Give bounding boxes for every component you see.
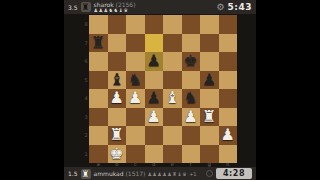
square-h7[interactable] [219, 34, 238, 53]
square-a3[interactable] [89, 108, 108, 127]
settings-gear-icon[interactable]: ⚙ [217, 0, 225, 14]
square-g4[interactable] [200, 89, 219, 108]
square-h2[interactable]: ♟ [219, 126, 238, 145]
square-b5[interactable]: ♝ [108, 71, 127, 90]
status-circle-icon[interactable] [206, 170, 213, 177]
square-g6[interactable] [200, 52, 219, 71]
square-f7[interactable] [182, 34, 201, 53]
black-pawn[interactable]: ♟ [147, 89, 161, 107]
bottom-player-color-icon: ♜ [81, 169, 91, 179]
square-h6[interactable] [219, 52, 238, 71]
black-rook-icon: ♜ [82, 2, 90, 12]
square-d6[interactable]: ♟ [145, 52, 164, 71]
black-rook[interactable]: ♜ [91, 34, 105, 52]
chess-board[interactable]: ♜♟♚♝♞♟♟♟♟♝♞♟♟♜♜♟♚ [89, 15, 237, 163]
square-g3[interactable]: ♜ [200, 108, 219, 127]
white-pawn[interactable]: ♟ [128, 89, 142, 107]
square-g7[interactable] [200, 34, 219, 53]
material-advantage: +1 [189, 171, 196, 177]
top-player-color-icon: ♜ [81, 2, 91, 12]
white-rook-icon: ♜ [82, 169, 90, 179]
top-player-captured-pieces: ♟♟♟♞♞♝♛ [94, 8, 136, 13]
square-h3[interactable] [219, 108, 238, 127]
square-f4[interactable]: ♞ [182, 89, 201, 108]
square-c7[interactable] [126, 34, 145, 53]
square-b3[interactable] [108, 108, 127, 127]
black-pawn[interactable]: ♟ [147, 52, 161, 70]
square-b6[interactable] [108, 52, 127, 71]
square-c3[interactable] [126, 108, 145, 127]
square-f2[interactable] [182, 126, 201, 145]
square-b4[interactable]: ♟ [108, 89, 127, 108]
white-pawn[interactable]: ♟ [147, 108, 161, 126]
square-f6[interactable]: ♚ [182, 52, 201, 71]
square-d4[interactable]: ♟ [145, 89, 164, 108]
top-player-clock: 5:43 [228, 2, 252, 12]
square-h5[interactable] [219, 71, 238, 90]
black-knight[interactable]: ♞ [128, 71, 142, 89]
square-a8[interactable] [89, 15, 108, 34]
white-pawn[interactable]: ♟ [221, 126, 235, 144]
square-c2[interactable] [126, 126, 145, 145]
square-a5[interactable] [89, 71, 108, 90]
square-e3[interactable] [163, 108, 182, 127]
square-f8[interactable] [182, 15, 201, 34]
square-b2[interactable]: ♜ [108, 126, 127, 145]
black-pawn[interactable]: ♟ [202, 71, 216, 89]
square-e6[interactable] [163, 52, 182, 71]
square-d2[interactable] [145, 126, 164, 145]
square-b8[interactable] [108, 15, 127, 34]
square-e4[interactable]: ♝ [163, 89, 182, 108]
square-a2[interactable] [89, 126, 108, 145]
bottom-player-clock: 4:28 [216, 168, 252, 179]
square-a6[interactable] [89, 52, 108, 71]
square-f3[interactable]: ♟ [182, 108, 201, 127]
black-knight[interactable]: ♞ [184, 89, 198, 107]
square-g5[interactable]: ♟ [200, 71, 219, 90]
square-e5[interactable] [163, 71, 182, 90]
top-player-bar: 3.5 ♜ sharok (2156) ♟♟♟♞♞♝♛ ⚙ 5:43 [64, 0, 256, 14]
square-c8[interactable] [126, 15, 145, 34]
square-d7[interactable] [145, 34, 164, 53]
bottom-player-rating: (1517) [126, 170, 146, 177]
white-pawn[interactable]: ♟ [184, 108, 198, 126]
square-e7[interactable] [163, 34, 182, 53]
square-d5[interactable] [145, 71, 164, 90]
white-rook[interactable]: ♜ [110, 126, 124, 144]
black-bishop[interactable]: ♝ [110, 71, 124, 89]
square-e2[interactable] [163, 126, 182, 145]
letterbox-stage: 3.5 ♜ sharok (2156) ♟♟♟♞♞♝♛ ⚙ 5:43 87654… [0, 0, 320, 180]
square-d8[interactable] [145, 15, 164, 34]
top-player-score: 3.5 [68, 4, 78, 11]
square-g8[interactable] [200, 15, 219, 34]
bottom-player-captured-pieces: ♟♟♟♟♟♜♝♛ [147, 171, 187, 177]
white-pawn[interactable]: ♟ [110, 89, 124, 107]
square-h4[interactable] [219, 89, 238, 108]
square-f5[interactable] [182, 71, 201, 90]
square-c6[interactable] [126, 52, 145, 71]
square-a7[interactable]: ♜ [89, 34, 108, 53]
square-h8[interactable] [219, 15, 238, 34]
square-e8[interactable] [163, 15, 182, 34]
black-king[interactable]: ♚ [184, 52, 198, 70]
white-bishop[interactable]: ♝ [165, 89, 179, 107]
square-d3[interactable]: ♟ [145, 108, 164, 127]
bottom-player-name: ammukad [94, 170, 124, 177]
square-b7[interactable] [108, 34, 127, 53]
square-g2[interactable] [200, 126, 219, 145]
bottom-player-info[interactable]: ammukad (1517) ♟♟♟♟♟♜♝♛ +1 [94, 171, 197, 177]
square-a4[interactable] [89, 89, 108, 108]
top-player-info[interactable]: sharok (2156) ♟♟♟♞♞♝♛ [94, 2, 136, 13]
bottom-player-score: 1.5 [68, 170, 78, 177]
white-rook[interactable]: ♜ [202, 108, 216, 126]
square-c4[interactable]: ♟ [126, 89, 145, 108]
app-screen: 3.5 ♜ sharok (2156) ♟♟♟♞♞♝♛ ⚙ 5:43 87654… [64, 0, 256, 180]
square-c5[interactable]: ♞ [126, 71, 145, 90]
bottom-player-bar: 1.5 ♜ ammukad (1517) ♟♟♟♟♟♜♝♛ +1 4:28 [64, 167, 256, 180]
